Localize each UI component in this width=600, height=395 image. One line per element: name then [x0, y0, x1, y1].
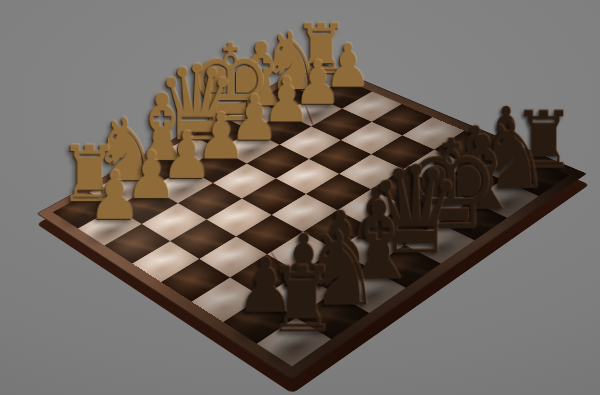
board-grid: ♜♞♝♛♚♝♞♜♟♟♟♟♟♟♟♟♟♟♟♟♟♟♟♟♜♞♝♛♚♝♞♜: [53, 68, 570, 366]
square-a8[interactable]: ♜: [257, 318, 332, 367]
perspective-scene: ♜♞♝♛♚♝♞♜♟♟♟♟♟♟♟♟♟♟♟♟♟♟♟♟♜♞♝♛♚♝♞♜: [0, 0, 600, 395]
white-pawn[interactable]: ♟: [54, 162, 175, 229]
black-rook[interactable]: ♜: [232, 255, 372, 346]
square-a2[interactable]: ♟: [78, 208, 142, 246]
chess-board: ♜♞♝♛♚♝♞♜♟♟♟♟♟♟♟♟♟♟♟♟♟♟♟♟♜♞♝♛♚♝♞♜: [36, 61, 586, 380]
scene-background: ♜♞♝♛♚♝♞♜♟♟♟♟♟♟♟♟♟♟♟♟♟♟♟♟♜♞♝♛♚♝♞♜: [0, 0, 600, 395]
